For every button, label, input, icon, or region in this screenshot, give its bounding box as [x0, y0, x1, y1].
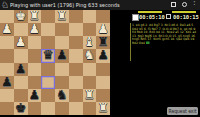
square[interactable]	[69, 23, 83, 36]
square[interactable]	[28, 102, 42, 115]
square[interactable]	[69, 76, 83, 89]
piece-bP[interactable]: ♟	[55, 48, 69, 61]
piece-bP[interactable]: ♟	[96, 48, 110, 61]
piece-bQ[interactable]: ♛	[41, 48, 55, 61]
square[interactable]: ♟	[0, 76, 14, 89]
square[interactable]	[14, 76, 28, 89]
app-knight-icon: ♘	[1, 0, 9, 10]
square[interactable]	[96, 76, 110, 89]
piece-bP[interactable]: ♟	[14, 62, 28, 75]
square[interactable]	[69, 10, 83, 23]
square[interactable]	[69, 36, 83, 49]
piece-wN[interactable]: ♞	[83, 48, 97, 61]
white-side-checkbox[interactable]	[132, 14, 139, 21]
square[interactable]: ♞	[55, 89, 69, 102]
square[interactable]: ♚	[14, 10, 28, 23]
square[interactable]: ♚	[14, 102, 28, 115]
move-list-text: 1. e4 g6 2. d4 Bg7 3. Nc3 d6 4. Be3 a6 5…	[132, 23, 196, 44]
square[interactable]: ♜	[55, 10, 69, 23]
piece-wP[interactable]: ♟	[28, 22, 42, 35]
piece-bP[interactable]: ♟	[28, 88, 42, 101]
settings-icon[interactable]	[182, 2, 187, 7]
overflow-menu-icon[interactable]: ⋮	[191, 0, 198, 5]
move-list[interactable]: 1. e4 g6 2. d4 Bg7 3. Nc3 d6 4. Be3 a6 5…	[132, 23, 200, 63]
piece-wP[interactable]: ♟	[0, 22, 14, 35]
square[interactable]	[0, 102, 14, 115]
square[interactable]	[41, 63, 55, 76]
square[interactable]: ♟	[0, 23, 14, 36]
piece-wK[interactable]: ♚	[14, 9, 28, 22]
chess-board[interactable]: ♚♜♜♟♟♟♟♝♜♛♟♞♟♟♟♟♞♜♚♜	[0, 10, 110, 115]
black-clock: 00:10:15	[173, 14, 200, 20]
square[interactable]: ♛	[41, 49, 55, 62]
square[interactable]	[69, 89, 83, 102]
square[interactable]	[83, 102, 97, 115]
piece-bP[interactable]: ♟	[0, 75, 14, 88]
square[interactable]	[41, 76, 55, 89]
piece-wR[interactable]: ♜	[83, 88, 97, 101]
square[interactable]: ♞	[83, 49, 97, 62]
piece-wR[interactable]: ♜	[55, 9, 69, 22]
square[interactable]	[41, 10, 55, 23]
square[interactable]	[0, 49, 14, 62]
square[interactable]	[41, 89, 55, 102]
square[interactable]	[83, 10, 97, 23]
piece-wR[interactable]: ♜	[96, 101, 110, 114]
square[interactable]	[55, 63, 69, 76]
piece-bN[interactable]: ♞	[55, 88, 69, 101]
square[interactable]: ♟	[96, 49, 110, 62]
flip-board-icon[interactable]	[171, 2, 176, 7]
square[interactable]	[55, 102, 69, 115]
square[interactable]	[28, 36, 42, 49]
square[interactable]: ♜	[96, 102, 110, 115]
square[interactable]: ♟	[14, 36, 28, 49]
square[interactable]	[41, 23, 55, 36]
square[interactable]	[0, 36, 14, 49]
request-exit-button[interactable]: Request exit	[167, 107, 198, 115]
square[interactable]: ♟	[28, 23, 42, 36]
square[interactable]	[69, 102, 83, 115]
square[interactable]	[41, 102, 55, 115]
square[interactable]	[55, 23, 69, 36]
piece-bK[interactable]: ♚	[14, 101, 28, 114]
square[interactable]	[69, 49, 83, 62]
square[interactable]	[28, 49, 42, 62]
square[interactable]	[69, 63, 83, 76]
white-clock: 00:05:10	[139, 14, 169, 20]
square[interactable]	[96, 63, 110, 76]
square[interactable]: ♟	[14, 63, 28, 76]
request-exit-label: Request exit	[167, 107, 198, 115]
square[interactable]	[83, 63, 97, 76]
square[interactable]	[0, 89, 14, 102]
square[interactable]	[28, 63, 42, 76]
square[interactable]: ♟	[28, 89, 42, 102]
app-window: ♘ Playing with user1 (1796) Ping 633 sec…	[0, 0, 200, 117]
black-side-checkbox[interactable]	[166, 14, 171, 19]
square[interactable]: ♜	[83, 89, 97, 102]
piece-wP[interactable]: ♟	[14, 35, 28, 48]
square[interactable]: ♟	[55, 49, 69, 62]
move-cursor	[145, 41, 149, 44]
